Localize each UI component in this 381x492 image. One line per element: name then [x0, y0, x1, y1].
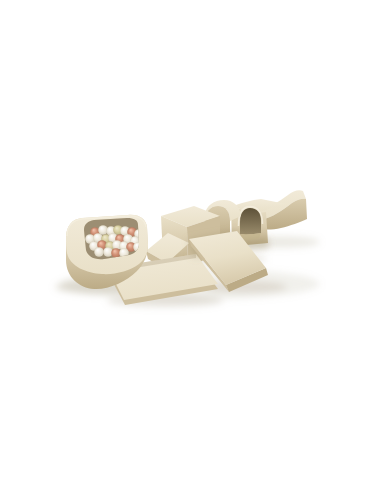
scene — [0, 0, 381, 492]
product-photo — [0, 0, 381, 492]
play-ball-pearl — [94, 247, 104, 257]
tunnel-arch-opening — [240, 208, 261, 234]
